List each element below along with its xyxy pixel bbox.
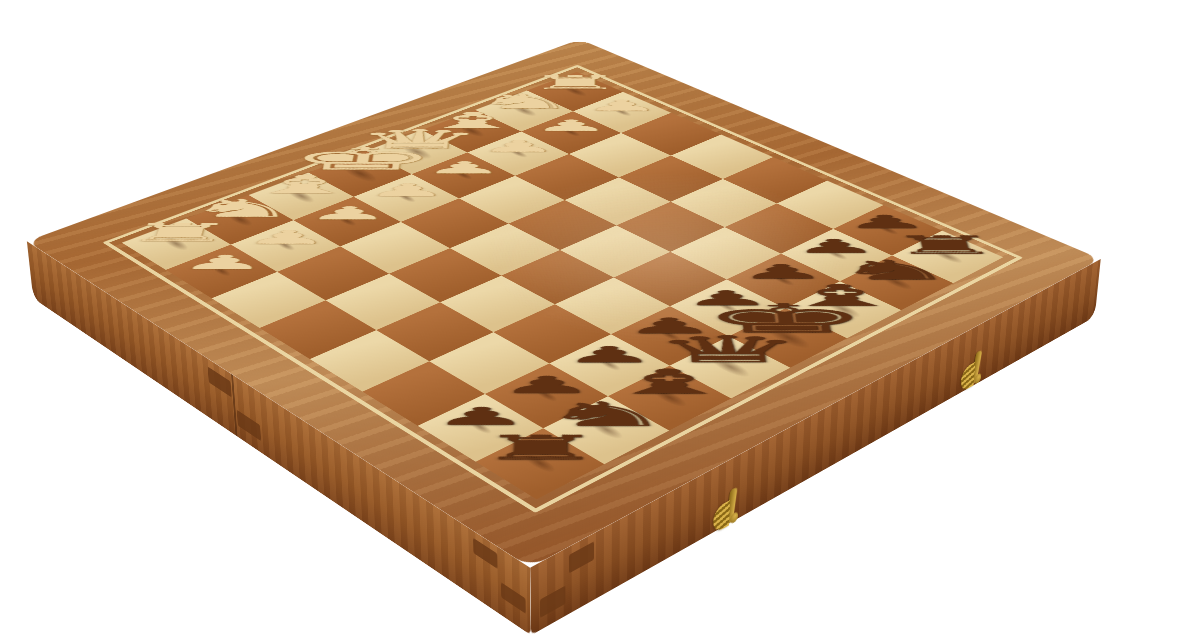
white-rook[interactable]: ♜: [120, 220, 239, 244]
product-photo: ♜♟♟♜♞♟♟♞♝♟♟♝♛♟♟♚♚♟♟♛♝♟♟♝♞♟♟♞♜♟♟♜: [0, 0, 1197, 642]
clasp-fan: [960, 362, 975, 393]
white-knight[interactable]: ♞: [182, 196, 303, 221]
white-pawn[interactable]: ♟: [242, 228, 332, 247]
clasp-fan: [713, 500, 730, 534]
white-pawn[interactable]: ♟: [532, 118, 610, 134]
white-pawn[interactable]: ♟: [365, 181, 450, 198]
black-pawn[interactable]: ♟: [790, 237, 880, 256]
white-pawn[interactable]: ♟: [584, 98, 661, 113]
finger-joint: [237, 410, 261, 441]
fold-seam: [231, 374, 237, 437]
white-pawn[interactable]: ♟: [305, 204, 392, 222]
finger-joint: [208, 367, 232, 398]
dovetail-joint: [540, 586, 566, 618]
dovetail-joint: [501, 582, 526, 614]
chess-box: ♜♟♟♜♞♟♟♞♝♟♟♝♛♟♟♚♚♟♟♛♝♟♟♝♞♟♟♞♜♟♟♜: [27, 39, 1101, 567]
board-surface: ♜♟♟♜♞♟♟♞♝♟♟♝♛♟♟♚♚♟♟♛♝♟♟♝♞♟♟♞♜♟♟♜: [27, 39, 1101, 567]
white-pawn[interactable]: ♟: [478, 138, 558, 154]
perspective-scene: ♜♟♟♜♞♟♟♞♝♟♟♝♛♟♟♚♚♟♟♛♝♟♟♝♞♟♟♞♜♟♟♜: [0, 0, 1197, 642]
dovetail-joint: [569, 541, 594, 573]
white-pawn[interactable]: ♟: [423, 159, 505, 176]
black-pawn[interactable]: ♟: [842, 213, 931, 231]
